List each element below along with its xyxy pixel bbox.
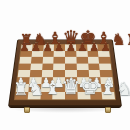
square-a5[interactable] bbox=[19, 63, 31, 70]
square-e4[interactable] bbox=[65, 70, 77, 77]
square-h4[interactable] bbox=[100, 70, 112, 77]
square-h5[interactable] bbox=[99, 63, 111, 70]
square-g2[interactable] bbox=[89, 84, 102, 91]
piece-black-rook-h8[interactable]: ♜ bbox=[126, 33, 130, 47]
brass-latch-right bbox=[105, 107, 111, 113]
square-d1[interactable] bbox=[52, 92, 65, 100]
square-a1[interactable] bbox=[15, 92, 28, 100]
square-h1[interactable] bbox=[102, 92, 115, 100]
brass-latch-left bbox=[24, 107, 30, 113]
square-b5[interactable] bbox=[30, 63, 42, 70]
square-b2[interactable] bbox=[28, 84, 41, 91]
square-b3[interactable] bbox=[29, 77, 41, 84]
square-g5[interactable] bbox=[88, 63, 100, 70]
square-g3[interactable] bbox=[89, 77, 101, 84]
square-d3[interactable] bbox=[53, 77, 65, 84]
square-d4[interactable] bbox=[53, 70, 65, 77]
square-c1[interactable] bbox=[40, 92, 53, 100]
square-a3[interactable] bbox=[17, 77, 30, 84]
square-c3[interactable] bbox=[41, 77, 53, 84]
square-c2[interactable] bbox=[40, 84, 53, 91]
square-b4[interactable] bbox=[30, 70, 42, 77]
square-e3[interactable] bbox=[65, 77, 77, 84]
square-f1[interactable] bbox=[77, 92, 90, 100]
square-a4[interactable] bbox=[18, 70, 30, 77]
square-e1[interactable] bbox=[65, 92, 78, 100]
square-g1[interactable] bbox=[90, 92, 103, 100]
square-d2[interactable] bbox=[53, 84, 65, 91]
square-b1[interactable] bbox=[27, 92, 40, 100]
piece-cell-h8: ♜ bbox=[126, 33, 130, 47]
board-frame bbox=[8, 40, 122, 107]
square-d5[interactable] bbox=[53, 63, 65, 70]
square-e5[interactable] bbox=[65, 63, 77, 70]
chessboard-photo: ♜♞♝♛♚♝♞♜♟♟♟♟♟♟♟♟♟♟♟♟♟♟♟♟♜♞♝♛♚♝♞♜ bbox=[0, 0, 130, 130]
square-f2[interactable] bbox=[77, 84, 90, 91]
board-grid bbox=[14, 44, 116, 100]
square-c5[interactable] bbox=[42, 63, 54, 70]
square-h3[interactable] bbox=[100, 77, 113, 84]
square-e2[interactable] bbox=[65, 84, 77, 91]
square-f3[interactable] bbox=[77, 77, 89, 84]
square-f5[interactable] bbox=[76, 63, 88, 70]
chess-board bbox=[8, 40, 122, 107]
square-c4[interactable] bbox=[41, 70, 53, 77]
square-f4[interactable] bbox=[77, 70, 89, 77]
square-g4[interactable] bbox=[88, 70, 100, 77]
square-h2[interactable] bbox=[101, 84, 114, 91]
square-a2[interactable] bbox=[16, 84, 29, 91]
